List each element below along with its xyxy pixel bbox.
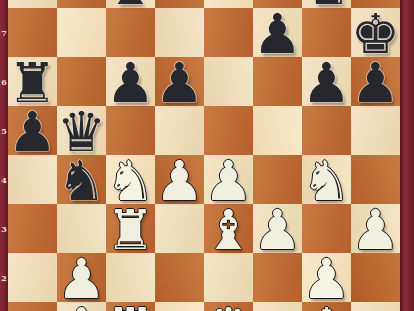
square-h3: ♟ [351,204,400,253]
square-e3: ♝ [204,204,253,253]
square-e1: ♛ [204,302,253,311]
white-rook-c3: ♜ [106,206,155,255]
rank-label-7: 7 [0,28,8,38]
black-pawn-g6: ♟ [302,59,351,108]
square-h6: ♟ [351,57,400,106]
square-h7: ♚ [351,8,400,57]
square-e5 [204,106,253,155]
square-g6: ♟ [302,57,351,106]
rank-label-2: 2 [0,273,8,283]
black-pawn-c6: ♟ [106,59,155,108]
square-d1 [155,302,204,311]
chess-board: ♝♞♟♚♜♟♟♟♟♟♛♞♞♟♟♞♜♝♟♟♟♟♝♜♛♚ [8,0,400,311]
black-pawn-f7: ♟ [253,10,302,59]
square-f5 [253,106,302,155]
square-b5: ♛ [57,106,106,155]
square-d2 [155,253,204,302]
black-pawn-a5: ♟ [8,108,57,157]
board-border-left [0,0,8,311]
black-knight-b4: ♞ [57,157,106,206]
square-b1: ♝ [57,302,106,311]
black-bishop-c8: ♝ [106,0,155,10]
square-g4: ♞ [302,155,351,204]
white-pawn-d4: ♟ [155,157,204,206]
square-a6: ♜ [8,57,57,106]
square-f7: ♟ [253,8,302,57]
square-d7 [155,8,204,57]
square-f4 [253,155,302,204]
board-border-right [400,0,414,311]
square-g2: ♟ [302,253,351,302]
square-g8: ♞ [302,0,351,8]
black-knight-g8: ♞ [302,0,351,10]
square-b4: ♞ [57,155,106,204]
square-d4: ♟ [155,155,204,204]
square-f1 [253,302,302,311]
square-e8 [204,0,253,8]
square-h1 [351,302,400,311]
white-knight-g4: ♞ [302,157,351,206]
white-pawn-h3: ♟ [351,206,400,255]
rank-label-6: 6 [0,77,8,87]
square-b6 [57,57,106,106]
white-bishop-e3: ♝ [204,206,253,255]
white-pawn-f3: ♟ [253,206,302,255]
square-b8 [57,0,106,8]
square-a1 [8,302,57,311]
rank-label-3: 3 [0,224,8,234]
square-e7 [204,8,253,57]
square-c8: ♝ [106,0,155,8]
white-bishop-b1: ♝ [57,304,106,311]
square-h2 [351,253,400,302]
square-a8 [8,0,57,8]
square-f3: ♟ [253,204,302,253]
rank-label-5: 5 [0,126,8,136]
white-rook-c1: ♜ [106,304,155,311]
white-queen-e1: ♛ [204,304,253,311]
square-d6: ♟ [155,57,204,106]
chess-diagram: ♝♞♟♚♜♟♟♟♟♟♛♞♞♟♟♞♜♝♟♟♟♟♝♜♛♚ 765432 [0,0,414,311]
square-e6 [204,57,253,106]
square-b2: ♟ [57,253,106,302]
square-h4 [351,155,400,204]
black-pawn-d6: ♟ [155,59,204,108]
square-c4: ♞ [106,155,155,204]
square-a7 [8,8,57,57]
square-c3: ♜ [106,204,155,253]
square-c1: ♜ [106,302,155,311]
square-b7 [57,8,106,57]
square-c6: ♟ [106,57,155,106]
square-a2 [8,253,57,302]
square-d8 [155,0,204,8]
white-king-g1: ♚ [302,304,351,311]
square-g1: ♚ [302,302,351,311]
square-a5: ♟ [8,106,57,155]
square-e4: ♟ [204,155,253,204]
rank-label-4: 4 [0,175,8,185]
square-a3 [8,204,57,253]
black-pawn-h6: ♟ [351,59,400,108]
